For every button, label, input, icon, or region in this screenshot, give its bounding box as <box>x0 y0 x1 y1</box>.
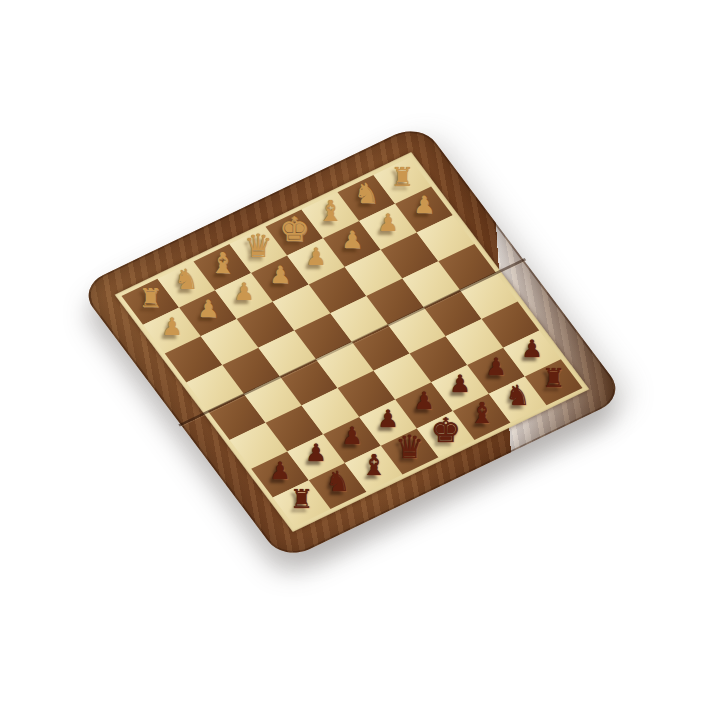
photo-stage: ♜♞♝♛♚♝♞♜♟♟♟♟♟♟♟♟♟♟♟♟♟♟♟♟♜♞♝♛♚♝♞♜ <box>0 0 720 720</box>
square-h8[interactable]: ♜ <box>525 359 583 405</box>
board-frame: ♜♞♝♛♚♝♞♜♟♟♟♟♟♟♟♟♟♟♟♟♟♟♟♟♜♞♝♛♚♝♞♜ <box>78 122 627 561</box>
piece-black-rook-h8[interactable]: ♜ <box>533 357 575 399</box>
piece-white-pawn-h2[interactable]: ♟ <box>403 184 445 226</box>
board-orientation-wrapper: ♜♞♝♛♚♝♞♜♟♟♟♟♟♟♟♟♟♟♟♟♟♟♟♟♜♞♝♛♚♝♞♜ <box>78 122 627 561</box>
square-h2[interactable]: ♟ <box>395 186 453 232</box>
